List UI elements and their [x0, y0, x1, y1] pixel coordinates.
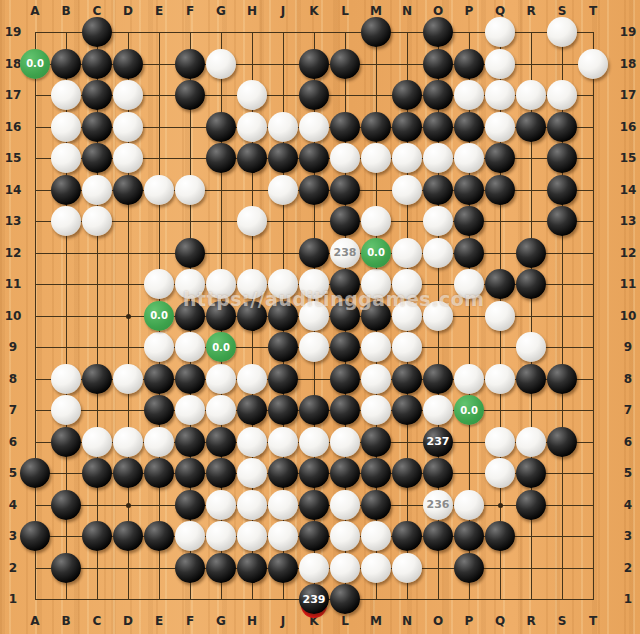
black-stone-F18 — [175, 49, 205, 79]
coord-label-left: 4 — [9, 498, 17, 512]
white-stone-P8 — [454, 364, 484, 394]
black-stone-E8 — [144, 364, 174, 394]
black-stone-L14 — [330, 175, 360, 205]
coord-label-top: C — [93, 4, 102, 18]
black-stone-N3 — [392, 521, 422, 551]
white-stone-E11 — [144, 269, 174, 299]
black-stone-B4 — [51, 490, 81, 520]
black-stone-K1: 239 — [299, 584, 329, 614]
black-stone-L7 — [330, 395, 360, 425]
black-stone-R11 — [516, 269, 546, 299]
black-stone-K15 — [299, 143, 329, 173]
coord-label-bottom: A — [30, 614, 39, 628]
white-stone-K6 — [299, 427, 329, 457]
white-stone-S17 — [547, 80, 577, 110]
coord-label-right: 1 — [624, 592, 632, 606]
white-stone-D17 — [113, 80, 143, 110]
white-stone-K16 — [299, 112, 329, 142]
coord-label-top: F — [186, 4, 194, 18]
white-stone-R17 — [516, 80, 546, 110]
black-stone-H2 — [237, 553, 267, 583]
coord-label-bottom: T — [589, 614, 597, 628]
coord-label-left: 10 — [5, 309, 22, 323]
coord-label-right: 9 — [624, 340, 632, 354]
white-stone-R9 — [516, 332, 546, 362]
black-stone-K14 — [299, 175, 329, 205]
coord-label-right: 14 — [620, 183, 637, 197]
hoshi-point — [126, 503, 131, 508]
coord-label-right: 8 — [624, 372, 632, 386]
white-stone-L3 — [330, 521, 360, 551]
white-stone-Q19 — [485, 17, 515, 47]
black-stone-J7 — [268, 395, 298, 425]
black-stone-Q3 — [485, 521, 515, 551]
black-stone-S6 — [547, 427, 577, 457]
score-marker-P7: 0.0 — [454, 395, 484, 425]
white-stone-H4 — [237, 490, 267, 520]
watermark-text: https://auditinggames.com — [183, 288, 485, 310]
score-marker-E10: 0.0 — [144, 301, 174, 331]
black-stone-F6 — [175, 427, 205, 457]
black-stone-A5 — [20, 458, 50, 488]
coord-label-bottom: L — [341, 614, 349, 628]
white-stone-M2 — [361, 553, 391, 583]
white-stone-F14 — [175, 175, 205, 205]
go-board[interactable]: https://auditinggames.com AABBCCDDEEFFGG… — [0, 0, 640, 634]
black-stone-C18 — [82, 49, 112, 79]
coord-label-left: 5 — [9, 466, 17, 480]
black-stone-R4 — [516, 490, 546, 520]
black-stone-K18 — [299, 49, 329, 79]
black-stone-A3 — [20, 521, 50, 551]
black-stone-B18 — [51, 49, 81, 79]
coord-label-bottom: O — [433, 614, 443, 628]
black-stone-D14 — [113, 175, 143, 205]
coord-label-bottom: D — [123, 614, 133, 628]
coord-label-left: 6 — [9, 435, 17, 449]
white-stone-K9 — [299, 332, 329, 362]
white-stone-L12: 238 — [330, 238, 360, 268]
black-stone-C19 — [82, 17, 112, 47]
black-stone-F4 — [175, 490, 205, 520]
coord-label-right: 7 — [624, 403, 632, 417]
white-stone-H5 — [237, 458, 267, 488]
black-stone-L5 — [330, 458, 360, 488]
coord-label-right: 11 — [620, 277, 637, 291]
coord-label-right: 16 — [620, 120, 637, 134]
white-stone-G8 — [206, 364, 236, 394]
white-stone-F9 — [175, 332, 205, 362]
white-stone-Q8 — [485, 364, 515, 394]
white-stone-G7 — [206, 395, 236, 425]
score-marker-label: 0.0 — [26, 58, 44, 69]
coord-label-left: 11 — [5, 277, 22, 291]
black-stone-B2 — [51, 553, 81, 583]
white-stone-D16 — [113, 112, 143, 142]
coord-label-top: J — [281, 4, 285, 18]
coord-label-right: 15 — [620, 151, 637, 165]
white-stone-E14 — [144, 175, 174, 205]
black-stone-J2 — [268, 553, 298, 583]
black-stone-K12 — [299, 238, 329, 268]
black-stone-J9 — [268, 332, 298, 362]
grid-line-vertical — [35, 32, 36, 600]
coord-label-top: K — [309, 4, 318, 18]
black-stone-J15 — [268, 143, 298, 173]
black-stone-M6 — [361, 427, 391, 457]
white-stone-H17 — [237, 80, 267, 110]
black-stone-P16 — [454, 112, 484, 142]
black-stone-O3 — [423, 521, 453, 551]
coord-label-left: 12 — [5, 246, 22, 260]
black-stone-E7 — [144, 395, 174, 425]
coord-label-top: A — [30, 4, 39, 18]
coord-label-top: E — [155, 4, 163, 18]
score-marker-G9: 0.0 — [206, 332, 236, 362]
black-stone-M5 — [361, 458, 391, 488]
white-stone-N14 — [392, 175, 422, 205]
white-stone-L15 — [330, 143, 360, 173]
move-number-label: 236 — [427, 499, 450, 510]
black-stone-D18 — [113, 49, 143, 79]
white-stone-D8 — [113, 364, 143, 394]
white-stone-M13 — [361, 206, 391, 236]
coord-label-top: O — [433, 4, 443, 18]
black-stone-S14 — [547, 175, 577, 205]
white-stone-S19 — [547, 17, 577, 47]
coord-label-right: 18 — [620, 57, 637, 71]
coord-label-top: G — [216, 4, 226, 18]
coord-label-bottom: S — [558, 614, 567, 628]
black-stone-P13 — [454, 206, 484, 236]
white-stone-J6 — [268, 427, 298, 457]
coord-label-bottom: C — [93, 614, 102, 628]
black-stone-S16 — [547, 112, 577, 142]
coord-label-left: 17 — [5, 88, 22, 102]
white-stone-J3 — [268, 521, 298, 551]
white-stone-B15 — [51, 143, 81, 173]
black-stone-F17 — [175, 80, 205, 110]
coord-label-right: 10 — [620, 309, 637, 323]
black-stone-K4 — [299, 490, 329, 520]
black-stone-N5 — [392, 458, 422, 488]
coord-label-left: 19 — [5, 25, 22, 39]
white-stone-J4 — [268, 490, 298, 520]
coord-label-top: S — [558, 4, 567, 18]
black-stone-J8 — [268, 364, 298, 394]
black-stone-O5 — [423, 458, 453, 488]
coord-label-bottom: Q — [495, 614, 505, 628]
black-stone-F5 — [175, 458, 205, 488]
black-stone-P14 — [454, 175, 484, 205]
coord-label-bottom: N — [402, 614, 412, 628]
white-stone-E9 — [144, 332, 174, 362]
coord-label-left: 7 — [9, 403, 17, 417]
coord-label-right: 5 — [624, 466, 632, 480]
coord-label-right: 2 — [624, 561, 632, 575]
white-stone-Q10 — [485, 301, 515, 331]
score-marker-label: 0.0 — [460, 405, 478, 416]
white-stone-T18 — [578, 49, 608, 79]
black-stone-K3 — [299, 521, 329, 551]
white-stone-J16 — [268, 112, 298, 142]
black-stone-P12 — [454, 238, 484, 268]
score-marker-label: 0.0 — [367, 247, 385, 258]
score-marker-label: 0.0 — [212, 342, 230, 353]
black-stone-N16 — [392, 112, 422, 142]
white-stone-P15 — [454, 143, 484, 173]
coord-label-top: N — [402, 4, 412, 18]
coord-label-bottom: H — [247, 614, 257, 628]
white-stone-L4 — [330, 490, 360, 520]
black-stone-J5 — [268, 458, 298, 488]
black-stone-F12 — [175, 238, 205, 268]
black-stone-K5 — [299, 458, 329, 488]
black-stone-D3 — [113, 521, 143, 551]
coord-label-bottom: R — [526, 614, 535, 628]
white-stone-M9 — [361, 332, 391, 362]
white-stone-B7 — [51, 395, 81, 425]
white-stone-C14 — [82, 175, 112, 205]
white-stone-O13 — [423, 206, 453, 236]
white-stone-H6 — [237, 427, 267, 457]
white-stone-H13 — [237, 206, 267, 236]
white-stone-R6 — [516, 427, 546, 457]
score-marker-M12: 0.0 — [361, 238, 391, 268]
black-stone-G16 — [206, 112, 236, 142]
white-stone-H16 — [237, 112, 267, 142]
white-stone-B13 — [51, 206, 81, 236]
black-stone-O16 — [423, 112, 453, 142]
white-stone-M7 — [361, 395, 391, 425]
coord-label-left: 8 — [9, 372, 17, 386]
black-stone-O17 — [423, 80, 453, 110]
coord-label-top: R — [526, 4, 535, 18]
hoshi-point — [498, 503, 503, 508]
hoshi-point — [126, 314, 131, 319]
coord-label-left: 18 — [5, 57, 22, 71]
white-stone-P4 — [454, 490, 484, 520]
white-stone-F3 — [175, 521, 205, 551]
white-stone-D15 — [113, 143, 143, 173]
coord-label-bottom: P — [465, 614, 474, 628]
black-stone-O19 — [423, 17, 453, 47]
coord-label-top: Q — [495, 4, 505, 18]
black-stone-N8 — [392, 364, 422, 394]
white-stone-K2 — [299, 553, 329, 583]
black-stone-S15 — [547, 143, 577, 173]
black-stone-G6 — [206, 427, 236, 457]
coord-label-top: H — [247, 4, 257, 18]
black-stone-M4 — [361, 490, 391, 520]
black-stone-K17 — [299, 80, 329, 110]
white-stone-B8 — [51, 364, 81, 394]
black-stone-R5 — [516, 458, 546, 488]
white-stone-O12 — [423, 238, 453, 268]
coord-label-left: 13 — [5, 214, 22, 228]
white-stone-Q5 — [485, 458, 515, 488]
black-stone-L13 — [330, 206, 360, 236]
black-stone-E3 — [144, 521, 174, 551]
black-stone-H7 — [237, 395, 267, 425]
white-stone-M3 — [361, 521, 391, 551]
coord-label-top: L — [341, 4, 349, 18]
coord-label-right: 13 — [620, 214, 637, 228]
white-stone-E6 — [144, 427, 174, 457]
coord-label-left: 16 — [5, 120, 22, 134]
white-stone-C13 — [82, 206, 112, 236]
black-stone-L1 — [330, 584, 360, 614]
coord-label-bottom: E — [155, 614, 163, 628]
black-stone-B6 — [51, 427, 81, 457]
coord-label-left: 15 — [5, 151, 22, 165]
black-stone-S8 — [547, 364, 577, 394]
coord-label-bottom: F — [186, 614, 194, 628]
white-stone-P17 — [454, 80, 484, 110]
white-stone-H8 — [237, 364, 267, 394]
grid-line-vertical — [593, 32, 594, 600]
black-stone-L16 — [330, 112, 360, 142]
coord-label-top: B — [61, 4, 70, 18]
coord-label-bottom: B — [61, 614, 70, 628]
white-stone-L6 — [330, 427, 360, 457]
coord-label-top: T — [589, 4, 597, 18]
white-stone-D6 — [113, 427, 143, 457]
white-stone-G18 — [206, 49, 236, 79]
coord-label-right: 6 — [624, 435, 632, 449]
black-stone-C16 — [82, 112, 112, 142]
black-stone-N7 — [392, 395, 422, 425]
white-stone-N2 — [392, 553, 422, 583]
coord-label-bottom: G — [216, 614, 226, 628]
black-stone-M16 — [361, 112, 391, 142]
white-stone-N9 — [392, 332, 422, 362]
black-stone-F8 — [175, 364, 205, 394]
white-stone-M15 — [361, 143, 391, 173]
white-stone-N12 — [392, 238, 422, 268]
black-stone-C17 — [82, 80, 112, 110]
black-stone-O6: 237 — [423, 427, 453, 457]
white-stone-O15 — [423, 143, 453, 173]
black-stone-S13 — [547, 206, 577, 236]
white-stone-Q17 — [485, 80, 515, 110]
black-stone-C5 — [82, 458, 112, 488]
coord-label-right: 4 — [624, 498, 632, 512]
black-stone-Q14 — [485, 175, 515, 205]
coord-label-left: 3 — [9, 529, 17, 543]
white-stone-O4: 236 — [423, 490, 453, 520]
white-stone-B16 — [51, 112, 81, 142]
coord-label-top: M — [370, 4, 382, 18]
coord-label-top: P — [465, 4, 474, 18]
coord-label-left: 2 — [9, 561, 17, 575]
black-stone-P3 — [454, 521, 484, 551]
white-stone-M8 — [361, 364, 391, 394]
black-stone-L9 — [330, 332, 360, 362]
black-stone-C3 — [82, 521, 112, 551]
black-stone-G15 — [206, 143, 236, 173]
black-stone-P18 — [454, 49, 484, 79]
coord-label-left: 1 — [9, 592, 17, 606]
white-stone-Q18 — [485, 49, 515, 79]
black-stone-O18 — [423, 49, 453, 79]
white-stone-J14 — [268, 175, 298, 205]
black-stone-C15 — [82, 143, 112, 173]
white-stone-F7 — [175, 395, 205, 425]
black-stone-L18 — [330, 49, 360, 79]
coord-label-right: 12 — [620, 246, 637, 260]
coord-label-bottom: J — [281, 614, 285, 628]
black-stone-H15 — [237, 143, 267, 173]
coord-label-left: 14 — [5, 183, 22, 197]
black-stone-R16 — [516, 112, 546, 142]
white-stone-C6 — [82, 427, 112, 457]
black-stone-M19 — [361, 17, 391, 47]
coord-label-right: 3 — [624, 529, 632, 543]
black-stone-K7 — [299, 395, 329, 425]
black-stone-F2 — [175, 553, 205, 583]
move-number-label: 238 — [334, 247, 357, 258]
white-stone-G4 — [206, 490, 236, 520]
black-stone-N17 — [392, 80, 422, 110]
black-stone-C8 — [82, 364, 112, 394]
black-stone-L8 — [330, 364, 360, 394]
black-stone-O14 — [423, 175, 453, 205]
black-stone-G5 — [206, 458, 236, 488]
black-stone-O8 — [423, 364, 453, 394]
coord-label-right: 17 — [620, 88, 637, 102]
black-stone-Q11 — [485, 269, 515, 299]
black-stone-E5 — [144, 458, 174, 488]
black-stone-B14 — [51, 175, 81, 205]
white-stone-H3 — [237, 521, 267, 551]
score-marker-label: 0.0 — [150, 310, 168, 321]
move-number-label: 239 — [303, 594, 326, 605]
white-stone-N15 — [392, 143, 422, 173]
coord-label-right: 19 — [620, 25, 637, 39]
move-number-label: 237 — [427, 436, 450, 447]
white-stone-O7 — [423, 395, 453, 425]
black-stone-R8 — [516, 364, 546, 394]
coord-label-left: 9 — [9, 340, 17, 354]
black-stone-D5 — [113, 458, 143, 488]
white-stone-B17 — [51, 80, 81, 110]
white-stone-G3 — [206, 521, 236, 551]
coord-label-bottom: M — [370, 614, 382, 628]
black-stone-Q15 — [485, 143, 515, 173]
score-marker-A18: 0.0 — [20, 49, 50, 79]
white-stone-Q16 — [485, 112, 515, 142]
black-stone-P2 — [454, 553, 484, 583]
white-stone-Q6 — [485, 427, 515, 457]
black-stone-R12 — [516, 238, 546, 268]
white-stone-L2 — [330, 553, 360, 583]
black-stone-G2 — [206, 553, 236, 583]
coord-label-top: D — [123, 4, 133, 18]
